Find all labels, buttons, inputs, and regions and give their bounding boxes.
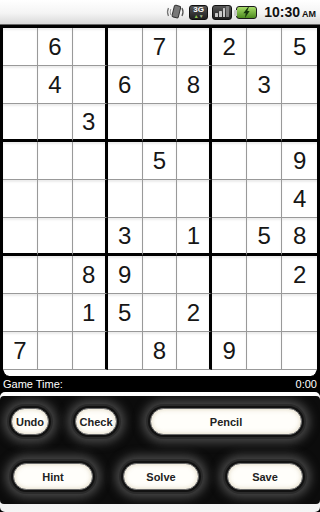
cell-r4c9[interactable]: 9 [282, 142, 317, 180]
cell-r4c6[interactable] [177, 142, 212, 180]
status-bar: 3G ▲▼ 10:30 AM [0, 0, 320, 25]
cell-r3c2[interactable] [38, 104, 73, 142]
cell-r3c1[interactable] [3, 104, 38, 142]
cell-r9c3[interactable] [73, 332, 108, 370]
cell-r8c9[interactable] [282, 294, 317, 332]
cell-r4c5[interactable]: 5 [143, 142, 178, 180]
cell-r8c7[interactable] [212, 294, 247, 332]
sudoku-grid: 6725468335943158892152789 [3, 28, 317, 370]
cell-r2c8[interactable]: 3 [247, 66, 282, 104]
cell-r1c5[interactable]: 7 [143, 28, 178, 66]
cell-r3c4[interactable] [108, 104, 143, 142]
cell-r8c4[interactable]: 5 [108, 294, 143, 332]
game-time-label: Game Time: [3, 378, 63, 390]
game-time-bar: Game Time: 0:00 [0, 376, 320, 392]
clock-time: 10:30 [264, 4, 300, 20]
data-arrows: ▲▼ [194, 14, 204, 19]
cell-r4c7[interactable] [212, 142, 247, 180]
cell-r5c6[interactable] [177, 180, 212, 218]
cell-r2c7[interactable] [212, 66, 247, 104]
cell-r6c4[interactable]: 3 [108, 218, 143, 256]
cell-r5c2[interactable] [38, 180, 73, 218]
cell-r7c7[interactable] [212, 256, 247, 294]
cell-r8c8[interactable] [247, 294, 282, 332]
cell-r2c2[interactable]: 4 [38, 66, 73, 104]
cell-r3c9[interactable] [282, 104, 317, 142]
cell-r5c5[interactable] [143, 180, 178, 218]
cell-r6c5[interactable] [143, 218, 178, 256]
cell-r7c4[interactable]: 9 [108, 256, 143, 294]
control-panel-inner: Undo Check Pencil Hint Solve Save [0, 396, 320, 504]
cell-r8c6[interactable]: 2 [177, 294, 212, 332]
cell-r2c4[interactable]: 6 [108, 66, 143, 104]
game-time-value: 0:00 [296, 378, 317, 390]
cell-r5c1[interactable] [3, 180, 38, 218]
cell-r1c3[interactable] [73, 28, 108, 66]
cell-r9c1[interactable]: 7 [3, 332, 38, 370]
cell-r9c7[interactable]: 9 [212, 332, 247, 370]
cell-r7c5[interactable] [143, 256, 178, 294]
sudoku-board: 6725468335943158892152789 [0, 25, 320, 376]
cell-r6c7[interactable] [212, 218, 247, 256]
cell-r2c3[interactable] [73, 66, 108, 104]
cell-r9c5[interactable]: 8 [143, 332, 178, 370]
cell-r8c2[interactable] [38, 294, 73, 332]
cell-r5c4[interactable] [108, 180, 143, 218]
signal-strength-icon [212, 5, 232, 20]
vibrate-icon [165, 4, 185, 20]
cell-r1c4[interactable] [108, 28, 143, 66]
cell-r6c8[interactable]: 5 [247, 218, 282, 256]
cell-r2c9[interactable] [282, 66, 317, 104]
mobile-data-3g-icon: 3G ▲▼ [189, 5, 208, 20]
cell-r6c9[interactable]: 8 [282, 218, 317, 256]
cell-r7c3[interactable]: 8 [73, 256, 108, 294]
pencil-button[interactable]: Pencil [150, 408, 302, 435]
cell-r6c3[interactable] [73, 218, 108, 256]
cell-r6c1[interactable] [3, 218, 38, 256]
cell-r3c7[interactable] [212, 104, 247, 142]
cell-r7c8[interactable] [247, 256, 282, 294]
cell-r1c2[interactable]: 6 [38, 28, 73, 66]
cell-r2c1[interactable] [3, 66, 38, 104]
cell-r6c2[interactable] [38, 218, 73, 256]
cell-r3c5[interactable] [143, 104, 178, 142]
control-panel: Undo Check Pencil Hint Solve Save [0, 392, 320, 512]
cell-r8c1[interactable] [3, 294, 38, 332]
cell-r8c5[interactable] [143, 294, 178, 332]
cell-r1c6[interactable] [177, 28, 212, 66]
undo-button[interactable]: Undo [11, 408, 49, 435]
cell-r4c4[interactable] [108, 142, 143, 180]
cell-r2c6[interactable]: 8 [177, 66, 212, 104]
cell-r9c9[interactable] [282, 332, 317, 370]
cell-r4c3[interactable] [73, 142, 108, 180]
cell-r9c6[interactable] [177, 332, 212, 370]
cell-r7c6[interactable] [177, 256, 212, 294]
cell-r2c5[interactable] [143, 66, 178, 104]
cell-r9c8[interactable] [247, 332, 282, 370]
cell-r4c1[interactable] [3, 142, 38, 180]
clock-meridiem: AM [302, 9, 316, 19]
cell-r1c7[interactable]: 2 [212, 28, 247, 66]
cell-r5c9[interactable]: 4 [282, 180, 317, 218]
cell-r4c8[interactable] [247, 142, 282, 180]
check-button[interactable]: Check [75, 408, 117, 435]
cell-r5c7[interactable] [212, 180, 247, 218]
cell-r9c4[interactable] [108, 332, 143, 370]
cell-r1c1[interactable] [3, 28, 38, 66]
solve-button[interactable]: Solve [123, 463, 199, 490]
cell-r4c2[interactable] [38, 142, 73, 180]
cell-r7c2[interactable] [38, 256, 73, 294]
cell-r7c1[interactable] [3, 256, 38, 294]
cell-r5c8[interactable] [247, 180, 282, 218]
save-button[interactable]: Save [227, 463, 303, 490]
cell-r3c3[interactable]: 3 [73, 104, 108, 142]
cell-r1c9[interactable]: 5 [282, 28, 317, 66]
cell-r3c8[interactable] [247, 104, 282, 142]
cell-r9c2[interactable] [38, 332, 73, 370]
cell-r8c3[interactable]: 1 [73, 294, 108, 332]
cell-r6c6[interactable]: 1 [177, 218, 212, 256]
clock: 10:30 AM [264, 4, 316, 20]
cell-r3c6[interactable] [177, 104, 212, 142]
hint-button[interactable]: Hint [13, 463, 93, 490]
battery-charging-icon [236, 6, 257, 19]
cell-r5c3[interactable] [73, 180, 108, 218]
cell-r1c8[interactable] [247, 28, 282, 66]
cell-r7c9[interactable]: 2 [282, 256, 317, 294]
